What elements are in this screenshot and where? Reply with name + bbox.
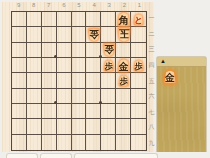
piece-kanji: 玉 (118, 27, 129, 41)
square-6-1[interactable] (57, 12, 72, 27)
square-2-6[interactable] (116, 89, 131, 104)
piece-gold-sente[interactable]: 金 (164, 71, 176, 84)
file-label-4: 4 (87, 1, 102, 10)
square-3-1[interactable] (101, 12, 116, 27)
rank-label-4: 四 (147, 58, 156, 74)
piece-kanji: 金 (89, 28, 99, 41)
square-7-1[interactable] (42, 12, 57, 27)
rank-label-7: 七 (147, 104, 156, 120)
rank-label-6: 六 (147, 89, 156, 105)
hoshi-dot (99, 55, 102, 58)
square-5-3[interactable] (72, 43, 87, 58)
hoshi-dot (54, 101, 57, 104)
square-6-4[interactable] (57, 58, 72, 73)
square-9-7[interactable] (12, 104, 27, 119)
square-5-2[interactable] (72, 27, 87, 42)
piece-tokin-sente[interactable]: と (134, 14, 144, 25)
komadai-sente: ▲ 金 (157, 57, 206, 155)
hoshi-dot (54, 55, 57, 58)
square-3-7[interactable] (101, 104, 116, 119)
square-3-5[interactable] (101, 73, 116, 88)
square-9-2[interactable] (12, 27, 27, 42)
square-8-2[interactable] (27, 27, 42, 42)
hoshi-dot (99, 101, 102, 104)
square-1-8[interactable] (131, 119, 146, 134)
square-1-2[interactable] (131, 27, 146, 42)
square-2-9[interactable] (116, 135, 131, 150)
square-1-7[interactable] (131, 104, 146, 119)
button-partial[interactable] (6, 153, 38, 158)
square-6-9[interactable] (57, 135, 72, 150)
square-3-9[interactable] (101, 135, 116, 150)
square-5-1[interactable] (72, 12, 87, 27)
square-5-7[interactable] (72, 104, 87, 119)
rank-labels: 一二三四五六七八九 (147, 11, 156, 151)
button-partial[interactable] (74, 153, 158, 158)
button-partial[interactable] (40, 153, 72, 158)
piece-kanji: 歩 (105, 60, 114, 71)
piece-kanji: 金 (104, 43, 114, 56)
bottom-buttons-strip (0, 152, 210, 158)
square-3-6[interactable] (101, 89, 116, 104)
square-2-7[interactable] (116, 104, 131, 119)
file-label-3: 3 (102, 1, 117, 10)
file-label-6: 6 (56, 1, 71, 10)
square-8-5[interactable] (27, 73, 42, 88)
piece-bishop-sente[interactable]: 角 (117, 12, 130, 26)
file-label-5: 5 (71, 1, 86, 10)
piece-kanji: と (134, 14, 143, 25)
square-6-2[interactable] (57, 27, 72, 42)
file-labels: 987654321 (11, 1, 147, 10)
piece-pawn-sente[interactable]: 歩 (134, 60, 144, 71)
file-label-9: 9 (11, 1, 26, 10)
piece-kanji: 歩 (119, 76, 128, 87)
file-label-8: 8 (26, 1, 41, 10)
file-label-1: 1 (132, 1, 147, 10)
square-1-9[interactable] (131, 135, 146, 150)
square-9-5[interactable] (12, 73, 27, 88)
rank-label-1: 一 (147, 11, 156, 27)
square-4-8[interactable] (86, 119, 101, 134)
square-6-7[interactable] (57, 104, 72, 119)
square-4-4[interactable] (86, 58, 101, 73)
square-5-9[interactable] (72, 135, 87, 150)
piece-pawn-sente[interactable]: 歩 (104, 60, 114, 71)
square-6-5[interactable] (57, 73, 72, 88)
rank-label-8: 八 (147, 120, 156, 136)
piece-gold-sente[interactable]: 金 (118, 59, 130, 72)
square-7-9[interactable] (42, 135, 57, 150)
square-2-3[interactable] (116, 43, 131, 58)
square-8-7[interactable] (27, 104, 42, 119)
square-4-1[interactable] (86, 12, 101, 27)
square-4-7[interactable] (86, 104, 101, 119)
tsume-shogi-widget: 987654321 一二三四五六七八九 角と金玉金歩金歩歩 ▲ 金 (0, 0, 210, 158)
sente-hand: 金 (157, 67, 206, 155)
square-6-6[interactable] (57, 89, 72, 104)
square-1-6[interactable] (131, 89, 146, 104)
piece-gold-gote[interactable]: 金 (103, 44, 115, 57)
square-9-1[interactable] (12, 12, 27, 27)
square-5-8[interactable] (72, 119, 87, 134)
piece-kanji: 金 (119, 59, 129, 72)
rank-label-5: 五 (147, 73, 156, 89)
square-7-2[interactable] (42, 27, 57, 42)
komadai-header: ▲ (157, 57, 206, 67)
square-3-8[interactable] (101, 119, 116, 134)
square-1-3[interactable] (131, 43, 146, 58)
square-9-6[interactable] (12, 89, 27, 104)
square-8-6[interactable] (27, 89, 42, 104)
square-7-8[interactable] (42, 119, 57, 134)
piece-king-gote[interactable]: 玉 (117, 28, 130, 42)
square-7-7[interactable] (42, 104, 57, 119)
square-6-3[interactable] (57, 43, 72, 58)
piece-kanji: 角 (118, 13, 129, 27)
piece-gold-gote[interactable]: 金 (88, 28, 100, 41)
square-8-9[interactable] (27, 135, 42, 150)
square-8-1[interactable] (27, 12, 42, 27)
piece-pawn-sente[interactable]: 歩 (119, 75, 129, 86)
square-9-8[interactable] (12, 119, 27, 134)
square-6-8[interactable] (57, 119, 72, 134)
file-label-7: 7 (41, 1, 56, 10)
sente-mark: ▲ (160, 57, 166, 66)
rank-label-3: 三 (147, 42, 156, 58)
piece-kanji: 金 (165, 71, 175, 84)
square-8-8[interactable] (27, 119, 42, 134)
square-2-8[interactable] (116, 119, 131, 134)
square-7-4[interactable] (42, 58, 57, 73)
square-9-4[interactable] (12, 58, 27, 73)
piece-kanji: 歩 (134, 60, 143, 71)
square-1-5[interactable] (131, 73, 146, 88)
square-9-9[interactable] (12, 135, 27, 150)
square-7-5[interactable] (42, 73, 57, 88)
square-5-4[interactable] (72, 58, 87, 73)
square-4-5[interactable] (86, 73, 101, 88)
square-9-3[interactable] (12, 43, 27, 58)
square-4-9[interactable] (86, 135, 101, 150)
square-5-6[interactable] (72, 89, 87, 104)
square-8-3[interactable] (27, 43, 42, 58)
rank-label-9: 九 (147, 136, 156, 152)
square-3-2[interactable] (101, 27, 116, 42)
rank-label-2: 二 (147, 27, 156, 43)
square-8-4[interactable] (27, 58, 42, 73)
square-5-5[interactable] (72, 73, 87, 88)
file-label-2: 2 (117, 1, 132, 10)
